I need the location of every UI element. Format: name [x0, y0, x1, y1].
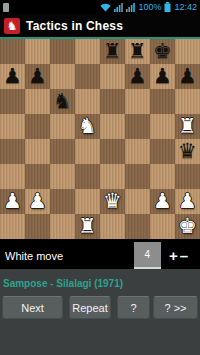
square-b5[interactable] [25, 114, 50, 139]
square-c5[interactable] [50, 114, 75, 139]
square-f6[interactable] [125, 89, 150, 114]
square-f8[interactable]: ♜ [125, 39, 150, 64]
square-b3[interactable] [25, 164, 50, 189]
signal-strength-icon [114, 3, 123, 12]
square-d2[interactable] [75, 189, 100, 214]
move-bar: White move 4 + – [0, 242, 200, 269]
notification-icon [3, 3, 9, 12]
square-a5[interactable] [0, 114, 25, 139]
black-pawn: ♟ [3, 66, 22, 87]
repeat-button[interactable]: Repeat [69, 296, 111, 319]
white-rook: ♜ [178, 116, 197, 137]
increase-button[interactable]: + [169, 248, 178, 263]
app-logo-icon: ♞ [4, 18, 20, 34]
square-g5[interactable] [150, 114, 175, 139]
square-b8[interactable] [25, 39, 50, 64]
chess-board: ♜♜♚♟♟♟♟♟♞♞♜♛♟♟♛♟♟♜♚ [0, 39, 200, 239]
square-c6[interactable]: ♞ [50, 89, 75, 114]
battery-icon [164, 2, 171, 12]
square-b6[interactable] [25, 89, 50, 114]
square-h3[interactable] [175, 164, 200, 189]
square-f4[interactable] [125, 139, 150, 164]
square-h4[interactable]: ♛ [175, 139, 200, 164]
side-to-move-label: White move [0, 250, 134, 262]
square-e5[interactable] [100, 114, 125, 139]
square-d4[interactable] [75, 139, 100, 164]
game-caption: Sampose - Silalagi (1971) [0, 278, 200, 291]
square-e3[interactable] [100, 164, 125, 189]
square-c7[interactable] [50, 64, 75, 89]
black-rook: ♜ [128, 41, 147, 62]
square-h8[interactable] [175, 39, 200, 64]
status-icons: 100% 12:42 [100, 0, 197, 14]
move-counter[interactable]: 4 [134, 242, 161, 269]
square-c2[interactable] [50, 189, 75, 214]
square-g3[interactable] [150, 164, 175, 189]
square-h5[interactable]: ♜ [175, 114, 200, 139]
square-h6[interactable] [175, 89, 200, 114]
white-king: ♚ [178, 216, 197, 237]
square-g1[interactable] [150, 214, 175, 239]
black-rook: ♜ [103, 41, 122, 62]
black-pawn: ♟ [153, 66, 172, 87]
square-e2[interactable]: ♛ [100, 189, 125, 214]
app-title: Tactics in Chess [26, 19, 123, 33]
square-b1[interactable] [25, 214, 50, 239]
square-d6[interactable] [75, 89, 100, 114]
square-c8[interactable] [50, 39, 75, 64]
white-queen: ♛ [103, 191, 122, 212]
black-pawn: ♟ [178, 66, 197, 87]
app-screen: 100% 12:42 ♞ Tactics in Chess ♜♜♚♟♟♟♟♟♞♞… [0, 0, 200, 355]
square-d1[interactable]: ♜ [75, 214, 100, 239]
clock: 12:42 [174, 0, 197, 14]
battery-percent: 100% [138, 0, 161, 14]
square-a7[interactable]: ♟ [0, 64, 25, 89]
status-bar: 100% 12:42 [0, 0, 200, 14]
square-d8[interactable] [75, 39, 100, 64]
square-g8[interactable]: ♚ [150, 39, 175, 64]
square-e1[interactable] [100, 214, 125, 239]
square-f3[interactable] [125, 164, 150, 189]
cellular-signal-icon [126, 3, 135, 12]
square-e8[interactable]: ♜ [100, 39, 125, 64]
square-c3[interactable] [50, 164, 75, 189]
title-bar: ♞ Tactics in Chess [0, 14, 200, 37]
logo-knight-glyph: ♞ [7, 20, 18, 32]
square-g4[interactable] [150, 139, 175, 164]
black-pawn: ♟ [28, 66, 47, 87]
square-c1[interactable] [50, 214, 75, 239]
white-rook: ♜ [78, 216, 97, 237]
square-d5[interactable]: ♞ [75, 114, 100, 139]
white-pawn: ♟ [153, 191, 172, 212]
square-a3[interactable] [0, 164, 25, 189]
square-b7[interactable]: ♟ [25, 64, 50, 89]
square-a6[interactable] [0, 89, 25, 114]
square-c4[interactable] [50, 139, 75, 164]
square-f2[interactable] [125, 189, 150, 214]
white-knight: ♞ [78, 116, 97, 137]
square-g6[interactable] [150, 89, 175, 114]
square-e7[interactable] [100, 64, 125, 89]
square-g2[interactable]: ♟ [150, 189, 175, 214]
decrease-button[interactable]: – [180, 248, 188, 263]
white-pawn: ♟ [178, 191, 197, 212]
square-a8[interactable] [0, 39, 25, 64]
white-pawn: ♟ [3, 191, 22, 212]
square-d7[interactable] [75, 64, 100, 89]
black-knight: ♞ [53, 91, 72, 112]
square-a2[interactable]: ♟ [0, 189, 25, 214]
square-h2[interactable]: ♟ [175, 189, 200, 214]
square-a4[interactable] [0, 139, 25, 164]
square-e6[interactable] [100, 89, 125, 114]
square-g7[interactable]: ♟ [150, 64, 175, 89]
square-h7[interactable]: ♟ [175, 64, 200, 89]
square-e4[interactable] [100, 139, 125, 164]
next-button[interactable]: Next [2, 296, 63, 319]
square-a1[interactable] [0, 214, 25, 239]
hint-button[interactable]: ? [117, 296, 150, 319]
square-h1[interactable]: ♚ [175, 214, 200, 239]
square-f1[interactable] [125, 214, 150, 239]
black-king: ♚ [153, 41, 172, 62]
black-queen: ♛ [178, 141, 197, 162]
square-f7[interactable]: ♟ [125, 64, 150, 89]
square-d3[interactable] [75, 164, 100, 189]
controls-row: Next Repeat ? ? >> [0, 296, 200, 319]
square-b2[interactable]: ♟ [25, 189, 50, 214]
square-f5[interactable] [125, 114, 150, 139]
square-b4[interactable] [25, 139, 50, 164]
wifi-icon [100, 3, 111, 12]
solution-button[interactable]: ? >> [153, 296, 198, 319]
bottom-panel: Sampose - Silalagi (1971) Next Repeat ? … [0, 269, 200, 355]
black-pawn: ♟ [128, 66, 147, 87]
white-pawn: ♟ [28, 191, 47, 212]
